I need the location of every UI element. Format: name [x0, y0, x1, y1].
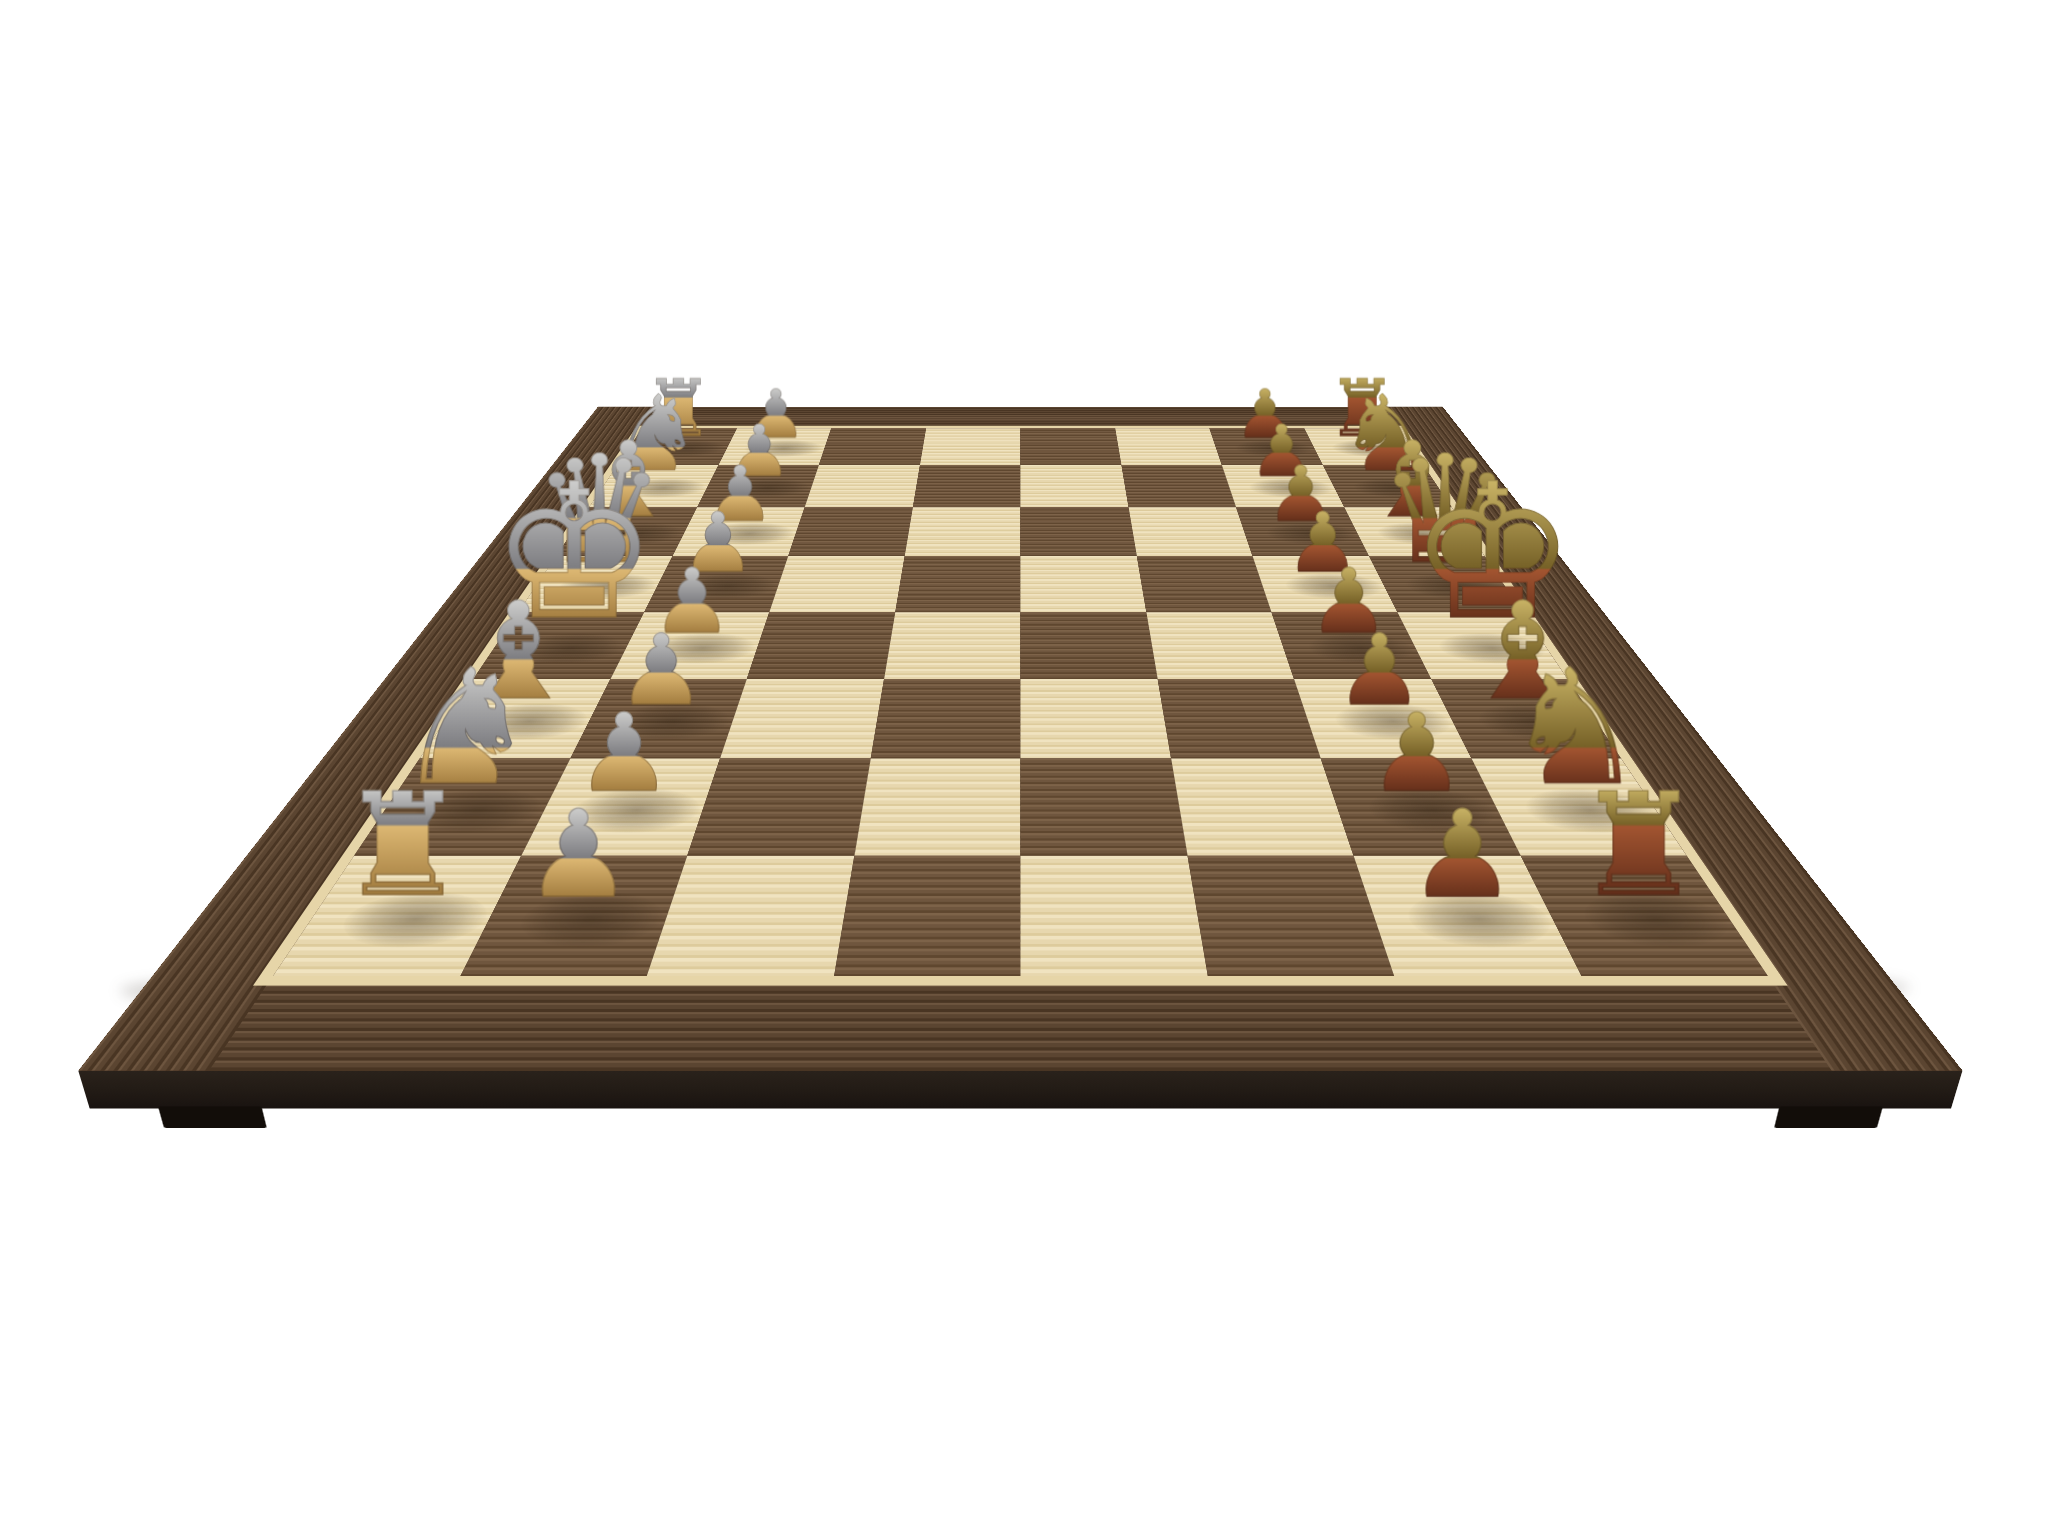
square-e6[interactable] [1146, 612, 1294, 679]
photo-stage: Wooden chess board viewed from the side … [0, 0, 2048, 1535]
square-g4[interactable] [854, 758, 1021, 855]
piece-billboard: ♜ [307, 774, 497, 916]
square-b5[interactable] [1020, 465, 1128, 507]
playing-field: ♜♟♟♜♞♟♟♞♝♟♟♝♛♟♟♛♚♟♟♚♝♟♟♝♞♟♟♞♜♟♟♜ [273, 428, 1768, 976]
square-a5[interactable] [1020, 428, 1121, 465]
square-b4[interactable] [913, 465, 1021, 507]
piece-billboard: ♟ [484, 795, 674, 915]
black-rook-glyph: ♜ [1575, 774, 1702, 916]
square-a6[interactable] [1115, 428, 1222, 465]
black-pawn-glyph: ♟ [1408, 795, 1516, 915]
board-foot-left [158, 1106, 267, 1128]
square-g5[interactable] [1020, 758, 1187, 855]
square-e3[interactable] [747, 612, 895, 679]
square-h4[interactable] [834, 855, 1021, 976]
white-pawn-glyph: ♟ [525, 795, 633, 915]
piece-billboard: ♜ [1544, 774, 1734, 916]
square-c6[interactable] [1128, 507, 1252, 556]
square-b3[interactable] [805, 465, 920, 507]
board-foot-right [1774, 1106, 1883, 1128]
piece-billboard: ♟ [1367, 795, 1557, 915]
square-d5[interactable] [1020, 556, 1146, 612]
square-c4[interactable] [904, 507, 1020, 556]
square-d4[interactable] [895, 556, 1021, 612]
square-e5[interactable] [1020, 612, 1157, 679]
square-b6[interactable] [1121, 465, 1236, 507]
square-d6[interactable] [1136, 556, 1271, 612]
board-edge-front [78, 1071, 1962, 1109]
square-h5[interactable] [1020, 855, 1207, 976]
square-a4[interactable] [920, 428, 1021, 465]
square-f6[interactable] [1157, 679, 1321, 759]
chess-board: ♜♟♟♜♞♟♟♞♝♟♟♝♛♟♟♛♚♟♟♚♝♟♟♝♞♟♟♞♜♟♟♜ [78, 407, 1962, 1071]
board-frame: ♜♟♟♜♞♟♟♞♝♟♟♝♛♟♟♛♚♟♟♚♝♟♟♝♞♟♟♞♜♟♟♜ [78, 407, 1962, 1071]
square-a3[interactable] [819, 428, 926, 465]
square-d3[interactable] [769, 556, 904, 612]
white-rook-glyph: ♜ [338, 774, 465, 916]
square-c5[interactable] [1020, 507, 1136, 556]
square-f3[interactable] [720, 679, 884, 759]
perspective-scene: ♜♟♟♜♞♟♟♞♝♟♟♝♛♟♟♛♚♟♟♚♝♟♟♝♞♟♟♞♜♟♟♜ [102, 77, 1945, 1459]
square-e4[interactable] [884, 612, 1021, 679]
square-g3[interactable] [687, 758, 870, 855]
scene-scaler: ♜♟♟♜♞♟♟♞♝♟♟♝♛♟♟♛♚♟♟♚♝♟♟♝♞♟♟♞♜♟♟♜ [102, 77, 1945, 1459]
square-f5[interactable] [1020, 679, 1170, 759]
square-f4[interactable] [870, 679, 1020, 759]
square-c3[interactable] [788, 507, 912, 556]
